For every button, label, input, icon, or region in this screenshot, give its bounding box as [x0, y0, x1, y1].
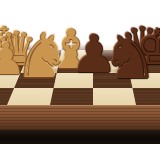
chess-photo-scene: ♚♛♛♝♚♝♟♟♞♞ — [0, 0, 160, 160]
board-square — [50, 88, 93, 105]
chess-board — [0, 18, 160, 105]
board-square — [93, 50, 127, 61]
board-square — [93, 25, 121, 32]
board-square — [0, 40, 34, 49]
board-square — [14, 73, 56, 88]
board-square — [65, 25, 93, 32]
board-square — [122, 40, 155, 49]
board-square — [127, 61, 160, 73]
board-square — [64, 32, 93, 40]
board-square — [5, 32, 38, 40]
board-square — [124, 50, 160, 61]
board-front-rail — [0, 105, 160, 130]
board-square — [10, 25, 41, 32]
board-square — [54, 73, 93, 88]
board-square — [62, 40, 93, 49]
board-square — [59, 50, 93, 61]
board-square — [93, 61, 129, 73]
board-square — [57, 61, 93, 73]
board-cast-shadow — [0, 130, 160, 144]
board-square — [93, 32, 122, 40]
board-square — [93, 88, 136, 105]
board-square — [34, 32, 65, 40]
board-square — [119, 25, 148, 32]
board-square — [145, 25, 160, 32]
board-square — [93, 40, 124, 49]
board-square — [93, 73, 132, 88]
board-square — [132, 88, 160, 105]
board-square — [30, 40, 63, 49]
white-floor — [0, 144, 160, 160]
board-square — [26, 50, 62, 61]
board-square — [121, 32, 152, 40]
board-square — [20, 61, 59, 73]
board-square — [129, 73, 160, 88]
board-square — [7, 88, 54, 105]
board-square — [38, 25, 67, 32]
